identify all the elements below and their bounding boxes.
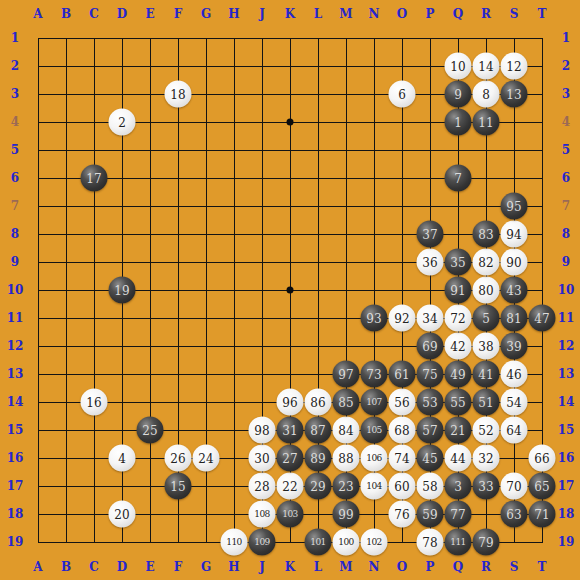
- stone-R3: 8: [473, 81, 500, 108]
- stone-T17: 65: [529, 473, 556, 500]
- stone-Q18: 77: [445, 501, 472, 528]
- move-number: 22: [282, 480, 297, 492]
- move-number: 7: [454, 172, 462, 184]
- row-label-left: 10: [7, 283, 24, 297]
- move-number: 99: [338, 508, 353, 520]
- row-label-right: 2: [562, 59, 570, 73]
- move-number: 111: [450, 538, 466, 547]
- stone-M15: 84: [333, 417, 360, 444]
- move-number: 108: [254, 510, 270, 519]
- move-number: 36: [422, 256, 437, 268]
- stone-Q16: 44: [445, 445, 472, 472]
- row-label-right: 3: [562, 87, 570, 101]
- stone-R17: 33: [473, 473, 500, 500]
- stone-C14: 16: [81, 389, 108, 416]
- column-label-top: C: [89, 7, 99, 21]
- move-number: 16: [86, 396, 101, 408]
- row-label-left: 11: [7, 311, 24, 325]
- move-number: 59: [422, 508, 437, 520]
- stone-P17: 58: [417, 473, 444, 500]
- move-number: 70: [506, 480, 521, 492]
- column-label-top: L: [314, 7, 322, 21]
- row-label-left: 16: [7, 451, 24, 465]
- stone-O13: 61: [389, 361, 416, 388]
- move-number: 23: [338, 480, 353, 492]
- move-number: 35: [450, 256, 465, 268]
- stone-L15: 87: [305, 417, 332, 444]
- move-number: 74: [394, 452, 409, 464]
- stone-R11: 5: [473, 305, 500, 332]
- move-number: 13: [506, 88, 521, 100]
- column-label-bottom: K: [285, 560, 295, 574]
- column-label-bottom: S: [510, 560, 519, 574]
- column-label-top: P: [425, 7, 434, 21]
- stone-S11: 81: [501, 305, 528, 332]
- move-number: 25: [142, 424, 157, 436]
- move-number: 104: [366, 482, 382, 491]
- stone-Q13: 49: [445, 361, 472, 388]
- row-label-left: 13: [7, 367, 24, 381]
- stone-N14: 107: [361, 389, 388, 416]
- move-number: 56: [394, 396, 409, 408]
- stone-N16: 106: [361, 445, 388, 472]
- column-label-bottom: G: [201, 560, 211, 574]
- stone-M13: 97: [333, 361, 360, 388]
- move-number: 78: [422, 536, 437, 548]
- stone-T16: 66: [529, 445, 556, 472]
- move-number: 63: [506, 508, 521, 520]
- move-number: 84: [338, 424, 353, 436]
- column-label-bottom: M: [339, 560, 352, 574]
- move-number: 68: [394, 424, 409, 436]
- move-number: 76: [394, 508, 409, 520]
- stone-S10: 43: [501, 277, 528, 304]
- stone-R19: 79: [473, 529, 500, 556]
- stone-R9: 82: [473, 249, 500, 276]
- move-number: 47: [534, 312, 549, 324]
- stone-S12: 39: [501, 333, 528, 360]
- move-number: 58: [422, 480, 437, 492]
- move-number: 52: [478, 424, 493, 436]
- stone-P12: 69: [417, 333, 444, 360]
- stone-N17: 104: [361, 473, 388, 500]
- row-label-right: 9: [562, 255, 570, 269]
- stone-R13: 41: [473, 361, 500, 388]
- move-number: 97: [338, 368, 353, 380]
- stone-O17: 60: [389, 473, 416, 500]
- move-number: 33: [478, 480, 493, 492]
- column-label-bottom: L: [314, 560, 322, 574]
- column-label-bottom: B: [61, 560, 71, 574]
- stone-S15: 64: [501, 417, 528, 444]
- move-number: 92: [394, 312, 409, 324]
- stone-Q3: 9: [445, 81, 472, 108]
- move-number: 43: [506, 284, 521, 296]
- move-number: 39: [506, 340, 521, 352]
- move-number: 24: [198, 452, 213, 464]
- column-label-bottom: J: [259, 560, 265, 574]
- move-number: 9: [454, 88, 462, 100]
- stone-Q11: 72: [445, 305, 472, 332]
- stone-M19: 100: [333, 529, 360, 556]
- stone-H19: 110: [221, 529, 248, 556]
- stone-P19: 78: [417, 529, 444, 556]
- move-number: 38: [478, 340, 493, 352]
- go-board-diagram: AABBCCDDEEFFGGHHJJKKLLMMNNOOPPQQRRSSTT11…: [0, 0, 580, 580]
- stone-O14: 56: [389, 389, 416, 416]
- column-label-top: B: [61, 7, 71, 21]
- star-point: [287, 119, 294, 126]
- column-label-top: F: [174, 7, 183, 21]
- stone-S7: 95: [501, 193, 528, 220]
- move-number: 26: [170, 452, 185, 464]
- row-label-left: 17: [7, 479, 24, 493]
- stone-J19: 109: [249, 529, 276, 556]
- move-number: 17: [86, 172, 101, 184]
- stone-R10: 80: [473, 277, 500, 304]
- move-number: 3: [454, 480, 462, 492]
- stone-S9: 90: [501, 249, 528, 276]
- move-number: 79: [478, 536, 493, 548]
- column-label-bottom: Q: [453, 560, 463, 574]
- row-label-right: 5: [562, 143, 570, 157]
- stone-S8: 94: [501, 221, 528, 248]
- column-label-bottom: H: [228, 560, 239, 574]
- move-number: 57: [422, 424, 437, 436]
- row-label-right: 10: [558, 283, 575, 297]
- stone-S17: 70: [501, 473, 528, 500]
- stone-P18: 59: [417, 501, 444, 528]
- stone-P13: 75: [417, 361, 444, 388]
- move-number: 109: [254, 538, 270, 547]
- stone-K17: 22: [277, 473, 304, 500]
- column-label-bottom: C: [89, 560, 99, 574]
- row-label-left: 19: [7, 535, 24, 549]
- move-number: 77: [450, 508, 465, 520]
- row-label-right: 16: [558, 451, 575, 465]
- move-number: 5: [482, 312, 490, 324]
- stone-Q4: 1: [445, 109, 472, 136]
- stone-N13: 73: [361, 361, 388, 388]
- row-label-left: 4: [11, 115, 19, 129]
- stone-S14: 54: [501, 389, 528, 416]
- move-number: 64: [506, 424, 521, 436]
- move-number: 89: [310, 452, 325, 464]
- column-label-bottom: T: [538, 560, 547, 574]
- stone-R4: 11: [473, 109, 500, 136]
- stone-J15: 98: [249, 417, 276, 444]
- move-number: 31: [282, 424, 297, 436]
- stone-N11: 93: [361, 305, 388, 332]
- stone-C6: 17: [81, 165, 108, 192]
- move-number: 12: [506, 60, 521, 72]
- stone-N15: 105: [361, 417, 388, 444]
- move-number: 53: [422, 396, 437, 408]
- column-label-bottom: O: [397, 560, 407, 574]
- stone-M18: 99: [333, 501, 360, 528]
- stone-O11: 92: [389, 305, 416, 332]
- row-label-left: 8: [11, 227, 19, 241]
- move-number: 27: [282, 452, 297, 464]
- move-number: 18: [170, 88, 185, 100]
- row-label-left: 5: [11, 143, 19, 157]
- stone-J17: 28: [249, 473, 276, 500]
- column-label-top: E: [145, 7, 154, 21]
- column-label-top: G: [201, 7, 211, 21]
- move-number: 10: [450, 60, 465, 72]
- move-number: 107: [366, 398, 382, 407]
- stone-L16: 89: [305, 445, 332, 472]
- row-label-left: 18: [7, 507, 24, 521]
- move-number: 96: [282, 396, 297, 408]
- move-number: 41: [478, 368, 493, 380]
- column-label-top: H: [228, 7, 239, 21]
- row-label-right: 13: [558, 367, 575, 381]
- stone-R15: 52: [473, 417, 500, 444]
- stone-R8: 83: [473, 221, 500, 248]
- column-label-bottom: D: [117, 560, 127, 574]
- move-number: 42: [450, 340, 465, 352]
- stone-K15: 31: [277, 417, 304, 444]
- stone-O16: 74: [389, 445, 416, 472]
- move-number: 2: [118, 116, 126, 128]
- column-label-top: O: [397, 7, 407, 21]
- move-number: 20: [114, 508, 129, 520]
- move-number: 80: [478, 284, 493, 296]
- row-label-left: 2: [11, 59, 19, 73]
- stone-L17: 29: [305, 473, 332, 500]
- move-number: 83: [478, 228, 493, 240]
- move-number: 88: [338, 452, 353, 464]
- move-number: 81: [506, 312, 521, 324]
- move-number: 49: [450, 368, 465, 380]
- stone-D18: 20: [109, 501, 136, 528]
- stone-P16: 45: [417, 445, 444, 472]
- stone-M14: 85: [333, 389, 360, 416]
- stone-F17: 15: [165, 473, 192, 500]
- move-number: 28: [254, 480, 269, 492]
- move-number: 90: [506, 256, 521, 268]
- stone-J16: 30: [249, 445, 276, 472]
- stone-Q9: 35: [445, 249, 472, 276]
- move-number: 91: [450, 284, 465, 296]
- row-label-right: 4: [562, 115, 570, 129]
- move-number: 95: [506, 200, 521, 212]
- column-label-bottom: E: [145, 560, 154, 574]
- stone-O3: 6: [389, 81, 416, 108]
- stone-Q15: 21: [445, 417, 472, 444]
- move-number: 1: [454, 116, 462, 128]
- stone-O18: 76: [389, 501, 416, 528]
- column-label-bottom: P: [425, 560, 434, 574]
- row-label-right: 14: [558, 395, 575, 409]
- row-label-right: 1: [562, 31, 570, 45]
- move-number: 110: [226, 538, 242, 547]
- move-number: 69: [422, 340, 437, 352]
- row-label-right: 7: [562, 199, 570, 213]
- move-number: 34: [422, 312, 437, 324]
- stone-R12: 38: [473, 333, 500, 360]
- move-number: 65: [534, 480, 549, 492]
- row-label-left: 3: [11, 87, 19, 101]
- stone-R14: 51: [473, 389, 500, 416]
- column-label-top: D: [117, 7, 127, 21]
- star-point: [287, 287, 294, 294]
- column-label-top: M: [339, 7, 352, 21]
- move-number: 102: [366, 538, 382, 547]
- row-label-left: 7: [11, 199, 19, 213]
- stone-P8: 37: [417, 221, 444, 248]
- move-number: 4: [118, 452, 126, 464]
- move-number: 75: [422, 368, 437, 380]
- move-number: 11: [478, 116, 493, 128]
- stone-T18: 71: [529, 501, 556, 528]
- move-number: 8: [482, 88, 490, 100]
- move-number: 71: [534, 508, 549, 520]
- column-label-top: A: [33, 7, 42, 21]
- move-number: 32: [478, 452, 493, 464]
- move-number: 61: [394, 368, 409, 380]
- row-label-left: 9: [11, 255, 19, 269]
- column-label-bottom: F: [174, 560, 183, 574]
- column-label-bottom: A: [33, 560, 42, 574]
- move-number: 60: [394, 480, 409, 492]
- row-label-right: 15: [558, 423, 575, 437]
- move-number: 86: [310, 396, 325, 408]
- column-label-top: R: [481, 7, 491, 21]
- stone-Q10: 91: [445, 277, 472, 304]
- column-label-top: Q: [453, 7, 463, 21]
- stone-P9: 36: [417, 249, 444, 276]
- stone-D16: 4: [109, 445, 136, 472]
- row-label-left: 1: [11, 31, 19, 45]
- row-label-right: 11: [558, 311, 575, 325]
- column-label-top: K: [285, 7, 295, 21]
- stone-Q6: 7: [445, 165, 472, 192]
- move-number: 6: [398, 88, 406, 100]
- move-number: 15: [170, 480, 185, 492]
- stone-L14: 86: [305, 389, 332, 416]
- move-number: 105: [366, 426, 382, 435]
- stone-M17: 23: [333, 473, 360, 500]
- stone-P14: 53: [417, 389, 444, 416]
- row-label-right: 6: [562, 171, 570, 185]
- column-label-top: T: [538, 7, 547, 21]
- row-label-right: 8: [562, 227, 570, 241]
- row-label-right: 18: [558, 507, 575, 521]
- stone-D4: 2: [109, 109, 136, 136]
- stone-N19: 102: [361, 529, 388, 556]
- column-label-top: J: [259, 7, 265, 21]
- stone-Q12: 42: [445, 333, 472, 360]
- move-number: 98: [254, 424, 269, 436]
- stone-Q19: 111: [445, 529, 472, 556]
- stone-K18: 103: [277, 501, 304, 528]
- stone-Q2: 10: [445, 53, 472, 80]
- move-number: 72: [450, 312, 465, 324]
- move-number: 100: [338, 538, 354, 547]
- move-number: 30: [254, 452, 269, 464]
- move-number: 101: [310, 538, 326, 547]
- row-label-right: 12: [558, 339, 575, 353]
- move-number: 21: [450, 424, 465, 436]
- stone-Q14: 55: [445, 389, 472, 416]
- move-number: 14: [478, 60, 493, 72]
- move-number: 19: [114, 284, 129, 296]
- stone-P11: 34: [417, 305, 444, 332]
- stone-M16: 88: [333, 445, 360, 472]
- move-number: 29: [310, 480, 325, 492]
- stone-K16: 27: [277, 445, 304, 472]
- stone-J18: 108: [249, 501, 276, 528]
- stone-D10: 19: [109, 277, 136, 304]
- stone-R16: 32: [473, 445, 500, 472]
- row-label-right: 17: [558, 479, 575, 493]
- column-label-bottom: N: [369, 560, 380, 574]
- stone-R2: 14: [473, 53, 500, 80]
- move-number: 85: [338, 396, 353, 408]
- move-number: 106: [366, 454, 382, 463]
- row-label-left: 15: [7, 423, 24, 437]
- row-label-left: 12: [7, 339, 24, 353]
- row-label-right: 19: [558, 535, 575, 549]
- stone-L19: 101: [305, 529, 332, 556]
- stone-S2: 12: [501, 53, 528, 80]
- stone-S3: 13: [501, 81, 528, 108]
- stone-E15: 25: [137, 417, 164, 444]
- move-number: 46: [506, 368, 521, 380]
- column-label-bottom: R: [481, 560, 491, 574]
- move-number: 93: [366, 312, 381, 324]
- stone-T11: 47: [529, 305, 556, 332]
- move-number: 45: [422, 452, 437, 464]
- stone-F16: 26: [165, 445, 192, 472]
- move-number: 55: [450, 396, 465, 408]
- column-label-top: S: [510, 7, 519, 21]
- move-number: 66: [534, 452, 549, 464]
- move-number: 51: [478, 396, 493, 408]
- row-label-left: 6: [11, 171, 19, 185]
- stone-O15: 68: [389, 417, 416, 444]
- stone-P15: 57: [417, 417, 444, 444]
- stone-G16: 24: [193, 445, 220, 472]
- move-number: 87: [310, 424, 325, 436]
- move-number: 94: [506, 228, 521, 240]
- stone-S18: 63: [501, 501, 528, 528]
- move-number: 73: [366, 368, 381, 380]
- move-number: 54: [506, 396, 521, 408]
- row-label-left: 14: [7, 395, 24, 409]
- move-number: 103: [282, 510, 298, 519]
- move-number: 37: [422, 228, 437, 240]
- move-number: 44: [450, 452, 465, 464]
- stone-S13: 46: [501, 361, 528, 388]
- move-number: 82: [478, 256, 493, 268]
- stone-F3: 18: [165, 81, 192, 108]
- column-label-top: N: [369, 7, 380, 21]
- stone-K14: 96: [277, 389, 304, 416]
- stone-Q17: 3: [445, 473, 472, 500]
